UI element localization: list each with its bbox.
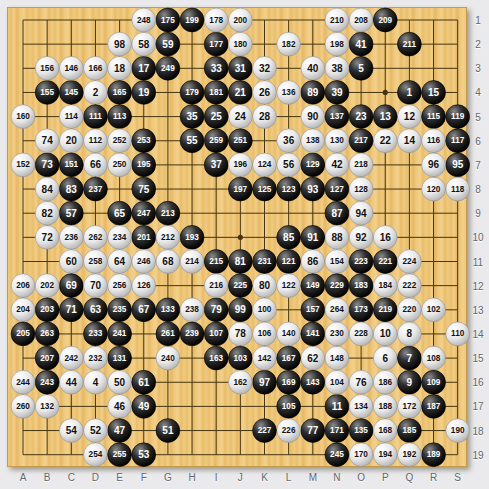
move-number: 37: [211, 159, 223, 170]
stone-F13: 67: [132, 298, 156, 322]
move-number: 69: [66, 280, 78, 291]
col-label-M: M: [309, 472, 317, 483]
stone-N1: 210: [325, 8, 349, 32]
move-number: 20: [66, 135, 78, 146]
move-number: 207: [40, 354, 54, 363]
move-number: 259: [209, 136, 223, 145]
stone-P12: 184: [373, 274, 397, 298]
move-number: 55: [186, 135, 198, 146]
move-number: 214: [185, 257, 199, 266]
stone-B16: 243: [35, 370, 59, 394]
stone-G10: 212: [156, 225, 180, 249]
move-number: 197: [234, 185, 248, 194]
stone-L4: 136: [277, 81, 301, 105]
move-number: 92: [356, 232, 368, 243]
stone-R13: 102: [422, 298, 446, 322]
stone-R6: 116: [422, 129, 446, 153]
move-number: 7: [407, 353, 413, 364]
move-number: 247: [137, 209, 151, 218]
stone-F9: 247: [132, 201, 156, 225]
stone-Q11: 224: [398, 250, 422, 274]
move-number: 237: [89, 185, 103, 194]
col-label-P: P: [382, 472, 389, 483]
move-number: 198: [330, 40, 344, 49]
stone-J12: 225: [228, 274, 252, 298]
move-number: 11: [332, 401, 343, 412]
stone-Q15: 7: [398, 346, 422, 370]
move-number: 154: [330, 257, 344, 266]
move-number: 65: [114, 208, 126, 219]
stone-B8: 84: [35, 177, 59, 201]
stone-S5: 119: [446, 105, 470, 129]
row-label-12: 12: [472, 280, 483, 291]
stone-J11: 81: [228, 250, 252, 274]
move-number: 17: [138, 63, 150, 74]
move-number: 70: [90, 280, 102, 291]
move-number: 53: [138, 449, 150, 460]
row-label-5: 5: [475, 111, 481, 122]
move-number: 232: [89, 354, 103, 363]
row-label-7: 7: [475, 159, 481, 170]
stone-O2: 41: [349, 32, 373, 56]
stone-Q16: 9: [398, 370, 422, 394]
move-number: 12: [404, 111, 416, 122]
move-number: 212: [161, 233, 175, 242]
move-number: 98: [114, 39, 126, 50]
stone-B6: 74: [35, 129, 59, 153]
stone-C4: 145: [59, 81, 83, 105]
move-number: 130: [330, 136, 344, 145]
move-number: 188: [378, 402, 392, 411]
stone-O11: 223: [349, 250, 373, 274]
stone-M6: 138: [301, 129, 325, 153]
move-number: 47: [114, 425, 126, 436]
move-number: 222: [403, 281, 417, 290]
stone-E17: 46: [108, 395, 132, 419]
move-number: 254: [89, 450, 103, 459]
stone-I7: 37: [204, 153, 228, 177]
move-number: 106: [258, 329, 272, 338]
move-number: 49: [138, 401, 150, 412]
move-number: 151: [64, 160, 78, 169]
move-number: 220: [403, 305, 417, 314]
stone-G3: 249: [156, 56, 180, 80]
col-label-G: G: [164, 472, 172, 483]
move-number: 255: [113, 450, 127, 459]
stone-J15: 103: [228, 346, 252, 370]
stone-L10: 85: [277, 225, 301, 249]
stone-P13: 219: [373, 298, 397, 322]
move-number: 168: [378, 426, 392, 435]
star-point-J10: [238, 235, 243, 240]
move-number: 239: [185, 329, 199, 338]
move-number: 61: [138, 377, 150, 388]
stone-C10: 236: [59, 225, 83, 249]
stone-C12: 69: [59, 274, 83, 298]
move-number: 2: [93, 87, 99, 98]
stone-O3: 5: [349, 56, 373, 80]
stone-D13: 63: [84, 298, 108, 322]
move-number: 109: [427, 378, 441, 387]
stone-H13: 238: [180, 298, 204, 322]
move-number: 137: [330, 112, 344, 121]
row-label-13: 13: [472, 304, 483, 315]
stone-S6: 117: [446, 129, 470, 153]
move-number: 64: [114, 256, 126, 267]
stone-K15: 142: [253, 346, 277, 370]
move-number: 251: [234, 136, 248, 145]
stone-A12: 206: [11, 274, 35, 298]
stone-I12: 216: [204, 274, 228, 298]
stone-F7: 195: [132, 153, 156, 177]
stone-A7: 152: [11, 153, 35, 177]
stone-M4: 89: [301, 81, 325, 105]
stone-M5: 90: [301, 105, 325, 129]
move-number: 135: [354, 426, 368, 435]
stone-O1: 208: [349, 8, 373, 32]
stone-E10: 234: [108, 225, 132, 249]
stone-E4: 165: [108, 81, 132, 105]
move-number: 103: [234, 354, 248, 363]
stone-Q13: 220: [398, 298, 422, 322]
move-number: 83: [66, 184, 78, 195]
move-number: 87: [331, 208, 343, 219]
stone-Q14: 8: [398, 322, 422, 346]
stone-N11: 154: [325, 250, 349, 274]
stone-O8: 128: [349, 177, 373, 201]
move-number: 82: [42, 208, 54, 219]
stone-G9: 213: [156, 201, 180, 225]
stone-H14: 239: [180, 322, 204, 346]
stone-K14: 106: [253, 322, 277, 346]
move-number: 246: [137, 257, 151, 266]
move-number: 74: [42, 135, 54, 146]
stone-K4: 26: [253, 81, 277, 105]
stone-Q6: 14: [398, 129, 422, 153]
stone-P19: 194: [373, 443, 397, 467]
move-number: 132: [40, 402, 54, 411]
stone-E9: 65: [108, 201, 132, 225]
move-number: 142: [258, 354, 272, 363]
stone-K12: 80: [253, 274, 277, 298]
col-label-L: L: [286, 472, 292, 483]
stone-D14: 233: [84, 322, 108, 346]
stone-I13: 79: [204, 298, 228, 322]
move-number: 41: [356, 39, 368, 50]
stone-E18: 47: [108, 419, 132, 443]
move-number: 201: [137, 233, 151, 242]
move-number: 86: [307, 256, 319, 267]
move-number: 51: [162, 425, 174, 436]
move-number: 171: [330, 426, 344, 435]
stone-K13: 100: [253, 298, 277, 322]
move-number: 148: [330, 354, 344, 363]
move-number: 215: [209, 257, 223, 266]
move-number: 94: [356, 208, 368, 219]
stone-L14: 140: [277, 322, 301, 346]
stone-L2: 182: [277, 32, 301, 56]
stone-D15: 232: [84, 346, 108, 370]
move-number: 235: [113, 305, 127, 314]
move-number: 79: [211, 304, 223, 315]
stone-P5: 13: [373, 105, 397, 129]
move-number: 169: [282, 378, 296, 387]
move-number: 163: [209, 354, 223, 363]
move-number: 192: [403, 450, 417, 459]
move-number: 88: [331, 232, 343, 243]
stone-I3: 33: [204, 56, 228, 80]
move-number: 26: [259, 87, 271, 98]
move-number: 219: [378, 305, 392, 314]
move-number: 129: [306, 160, 320, 169]
stone-L12: 122: [277, 274, 301, 298]
move-number: 155: [40, 88, 54, 97]
move-number: 102: [427, 305, 441, 314]
stone-B13: 203: [35, 298, 59, 322]
move-number: 56: [283, 159, 295, 170]
stone-S18: 190: [446, 419, 470, 443]
row-label-11: 11: [473, 256, 483, 267]
move-number: 8: [407, 328, 413, 339]
stone-K11: 231: [253, 250, 277, 274]
move-number: 60: [66, 256, 78, 267]
move-number: 202: [40, 281, 54, 290]
col-label-S: S: [454, 472, 461, 483]
move-number: 128: [354, 185, 368, 194]
stone-L18: 226: [277, 419, 301, 443]
move-number: 91: [307, 232, 319, 243]
move-number: 107: [209, 329, 223, 338]
move-number: 99: [235, 304, 247, 315]
move-number: 39: [331, 87, 343, 98]
stone-G18: 51: [156, 419, 180, 443]
stone-F16: 61: [132, 370, 156, 394]
move-number: 81: [235, 256, 247, 267]
move-number: 96: [428, 159, 440, 170]
row-label-8: 8: [475, 184, 481, 195]
move-number: 127: [330, 185, 344, 194]
stone-K5: 28: [253, 105, 277, 129]
move-number: 35: [186, 111, 198, 122]
stone-O16: 76: [349, 370, 373, 394]
move-number: 114: [65, 112, 79, 121]
stone-I4: 181: [204, 81, 228, 105]
stone-E7: 250: [108, 153, 132, 177]
move-number: 24: [235, 111, 247, 122]
move-number: 217: [354, 136, 368, 145]
stone-P6: 22: [373, 129, 397, 153]
stone-J4: 21: [228, 81, 252, 105]
stone-E13: 235: [108, 298, 132, 322]
move-number: 111: [89, 112, 102, 121]
move-number: 18: [114, 63, 126, 74]
stone-O13: 173: [349, 298, 373, 322]
move-number: 131: [113, 354, 127, 363]
stone-A14: 205: [11, 322, 35, 346]
move-number: 121: [282, 257, 296, 266]
move-number: 57: [66, 208, 78, 219]
stone-S7: 95: [446, 153, 470, 177]
row-label-2: 2: [475, 39, 481, 50]
move-number: 42: [331, 159, 343, 170]
move-number: 236: [64, 233, 78, 242]
go-board[interactable]: 1245678910111213141516171819202122232425…: [0, 0, 489, 489]
stone-H10: 193: [180, 225, 204, 249]
move-number: 40: [307, 63, 319, 74]
move-number: 243: [40, 378, 54, 387]
move-number: 224: [403, 257, 417, 266]
col-label-H: H: [188, 472, 195, 483]
stone-N4: 39: [325, 81, 349, 105]
col-label-K: K: [261, 472, 268, 483]
move-number: 95: [452, 159, 464, 170]
stone-M3: 40: [301, 56, 325, 80]
stone-D18: 52: [84, 419, 108, 443]
move-number: 160: [16, 112, 30, 121]
stone-N5: 137: [325, 105, 349, 129]
stone-S8: 118: [446, 177, 470, 201]
move-number: 250: [113, 160, 127, 169]
stone-O6: 217: [349, 129, 373, 153]
stone-J7: 196: [228, 153, 252, 177]
stone-F6: 253: [132, 129, 156, 153]
stone-F2: 58: [132, 32, 156, 56]
stone-J3: 31: [228, 56, 252, 80]
move-number: 104: [330, 378, 344, 387]
move-number: 173: [354, 305, 368, 314]
stone-N18: 171: [325, 419, 349, 443]
row-label-9: 9: [475, 208, 481, 219]
stone-M13: 157: [301, 298, 325, 322]
stone-M11: 86: [301, 250, 325, 274]
move-number: 262: [89, 233, 103, 242]
stone-L15: 167: [277, 346, 301, 370]
col-label-E: E: [116, 472, 123, 483]
stone-O17: 134: [349, 395, 373, 419]
move-number: 46: [114, 401, 126, 412]
move-number: 136: [282, 88, 296, 97]
move-number: 261: [161, 329, 175, 338]
col-label-I: I: [215, 472, 218, 483]
move-number: 170: [354, 450, 368, 459]
move-number: 19: [138, 87, 150, 98]
move-number: 216: [209, 281, 223, 290]
move-number: 6: [382, 353, 388, 364]
stone-N7: 42: [325, 153, 349, 177]
move-number: 194: [378, 450, 392, 459]
move-number: 172: [403, 402, 417, 411]
stone-L8: 123: [277, 177, 301, 201]
move-number: 260: [16, 402, 30, 411]
move-number: 72: [42, 232, 54, 243]
stone-G11: 68: [156, 250, 180, 274]
stone-C5: 114: [59, 105, 83, 129]
move-number: 238: [185, 305, 199, 314]
move-number: 5: [358, 63, 364, 74]
move-number: 63: [90, 304, 102, 315]
stone-L7: 56: [277, 153, 301, 177]
move-number: 89: [307, 87, 319, 98]
stone-A17: 260: [11, 395, 35, 419]
stone-Q17: 172: [398, 395, 422, 419]
stone-C11: 60: [59, 250, 83, 274]
stone-N19: 245: [325, 443, 349, 467]
stone-A13: 204: [11, 298, 35, 322]
move-number: 80: [259, 280, 271, 291]
stone-B3: 156: [35, 56, 59, 80]
stone-J1: 200: [228, 8, 252, 32]
row-label-10: 10: [472, 232, 483, 243]
stone-A5: 160: [11, 105, 35, 129]
stone-R19: 189: [422, 443, 446, 467]
move-number: 193: [185, 233, 199, 242]
stone-N9: 87: [325, 201, 349, 225]
stone-K18: 227: [253, 419, 277, 443]
stone-L17: 105: [277, 395, 301, 419]
move-number: 124: [258, 160, 272, 169]
stone-L6: 36: [277, 129, 301, 153]
move-number: 62: [307, 353, 319, 364]
stone-F19: 53: [132, 443, 156, 467]
move-number: 38: [331, 63, 343, 74]
move-number: 183: [354, 281, 368, 290]
move-number: 123: [282, 185, 296, 194]
stone-Q5: 12: [398, 105, 422, 129]
stone-C8: 83: [59, 177, 83, 201]
move-number: 31: [235, 63, 247, 74]
stone-E5: 113: [108, 105, 132, 129]
move-number: 242: [64, 354, 78, 363]
stone-R8: 120: [422, 177, 446, 201]
move-number: 264: [330, 305, 344, 314]
move-number: 9: [407, 377, 413, 388]
move-number: 182: [282, 40, 296, 49]
move-number: 175: [161, 16, 175, 25]
stone-D8: 237: [84, 177, 108, 201]
stone-B17: 132: [35, 395, 59, 419]
move-number: 116: [427, 136, 441, 145]
stone-N14: 230: [325, 322, 349, 346]
stone-G14: 261: [156, 322, 180, 346]
stone-I15: 163: [204, 346, 228, 370]
stone-E12: 256: [108, 274, 132, 298]
stone-I11: 215: [204, 250, 228, 274]
stone-E16: 50: [108, 370, 132, 394]
stone-I5: 25: [204, 105, 228, 129]
col-label-A: A: [20, 472, 27, 483]
stone-N12: 229: [325, 274, 349, 298]
move-number: 205: [16, 329, 30, 338]
move-number: 118: [451, 185, 465, 194]
stone-D11: 258: [84, 250, 108, 274]
move-number: 178: [209, 16, 223, 25]
stone-B4: 155: [35, 81, 59, 105]
stone-C18: 54: [59, 419, 83, 443]
stone-M18: 77: [301, 419, 325, 443]
move-number: 231: [258, 257, 272, 266]
stone-K3: 32: [253, 56, 277, 80]
stone-N6: 130: [325, 129, 349, 153]
stone-I14: 107: [204, 322, 228, 346]
move-number: 125: [258, 185, 272, 194]
stone-J8: 197: [228, 177, 252, 201]
move-number: 108: [427, 354, 441, 363]
stone-J16: 162: [228, 370, 252, 394]
move-number: 149: [306, 281, 320, 290]
stone-N15: 148: [325, 346, 349, 370]
stone-Q19: 192: [398, 443, 422, 467]
go-game-record-page: 1245678910111213141516171819202122232425…: [0, 0, 489, 489]
